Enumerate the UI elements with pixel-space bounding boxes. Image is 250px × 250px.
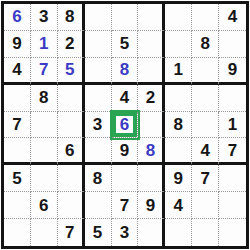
cell-r6c9[interactable]: 7 xyxy=(219,138,246,165)
cell-r8c8[interactable] xyxy=(192,192,219,219)
cell-r5c9[interactable]: 1 xyxy=(219,112,246,139)
cell-r4c2[interactable]: 8 xyxy=(31,85,58,112)
cell-r4c7[interactable] xyxy=(165,85,192,112)
cell-r4c6[interactable]: 2 xyxy=(138,85,165,112)
cell-r3c5[interactable]: 8 xyxy=(112,58,139,85)
cell-r3c8[interactable] xyxy=(192,58,219,85)
cell-r7c7[interactable]: 9 xyxy=(165,165,192,192)
cell-r6c1[interactable] xyxy=(4,138,31,165)
cell-r4c3[interactable] xyxy=(58,85,85,112)
cell-r5c6[interactable] xyxy=(138,112,165,139)
cell-r5c2[interactable] xyxy=(31,112,58,139)
cell-r2c4[interactable] xyxy=(85,31,112,58)
cell-r1c4[interactable] xyxy=(85,4,112,31)
cell-r3c3[interactable]: 5 xyxy=(58,58,85,85)
cell-r5c8[interactable] xyxy=(192,112,219,139)
cell-r9c9[interactable] xyxy=(219,219,246,246)
cell-r7c2[interactable] xyxy=(31,165,58,192)
cell-r9c3[interactable]: 7 xyxy=(58,219,85,246)
cell-r2c6[interactable] xyxy=(138,31,165,58)
cell-r6c2[interactable] xyxy=(31,138,58,165)
cell-r6c7[interactable] xyxy=(165,138,192,165)
cell-r5c7[interactable]: 8 xyxy=(165,112,192,139)
cell-r7c1[interactable]: 5 xyxy=(4,165,31,192)
cell-r7c9[interactable] xyxy=(219,165,246,192)
cell-r8c3[interactable] xyxy=(58,192,85,219)
cell-r7c3[interactable] xyxy=(58,165,85,192)
cell-r4c4[interactable] xyxy=(85,85,112,112)
cell-r3c4[interactable] xyxy=(85,58,112,85)
cell-r4c8[interactable] xyxy=(192,85,219,112)
cell-r1c5[interactable] xyxy=(112,4,139,31)
cell-r5c4[interactable]: 3 xyxy=(85,112,112,139)
cell-r9c8[interactable] xyxy=(192,219,219,246)
cell-r2c3[interactable]: 2 xyxy=(58,31,85,58)
cell-r1c3[interactable]: 8 xyxy=(58,4,85,31)
cell-r1c7[interactable] xyxy=(165,4,192,31)
sudoku-board: 638491258475819842736816984758976794753 xyxy=(1,1,249,249)
cell-r9c6[interactable] xyxy=(138,219,165,246)
cell-r7c6[interactable] xyxy=(138,165,165,192)
cell-r2c1[interactable]: 9 xyxy=(4,31,31,58)
cell-r2c2[interactable]: 1 xyxy=(31,31,58,58)
cell-r6c3[interactable]: 6 xyxy=(58,138,85,165)
cell-r3c2[interactable]: 7 xyxy=(31,58,58,85)
cell-r7c8[interactable]: 7 xyxy=(192,165,219,192)
cell-r9c7[interactable] xyxy=(165,219,192,246)
cell-r3c1[interactable]: 4 xyxy=(4,58,31,85)
cell-r1c1[interactable]: 6 xyxy=(4,4,31,31)
cell-r8c1[interactable] xyxy=(4,192,31,219)
cell-r3c9[interactable]: 9 xyxy=(219,58,246,85)
cell-r2c5[interactable]: 5 xyxy=(112,31,139,58)
cell-r7c5[interactable] xyxy=(112,165,139,192)
cell-r9c1[interactable] xyxy=(4,219,31,246)
cell-r6c5[interactable]: 9 xyxy=(112,138,139,165)
cell-r8c2[interactable]: 6 xyxy=(31,192,58,219)
cell-r1c8[interactable] xyxy=(192,4,219,31)
cell-r6c4[interactable] xyxy=(85,138,112,165)
cell-r8c4[interactable] xyxy=(85,192,112,219)
cell-r1c9[interactable]: 4 xyxy=(219,4,246,31)
cell-r9c4[interactable]: 5 xyxy=(85,219,112,246)
cell-r7c4[interactable]: 8 xyxy=(85,165,112,192)
cell-r4c5[interactable]: 4 xyxy=(112,85,139,112)
cell-r8c7[interactable]: 4 xyxy=(165,192,192,219)
cell-r3c7[interactable]: 1 xyxy=(165,58,192,85)
cell-r4c9[interactable] xyxy=(219,85,246,112)
cell-r9c2[interactable] xyxy=(31,219,58,246)
cell-r3c6[interactable] xyxy=(138,58,165,85)
cell-r8c5[interactable]: 7 xyxy=(112,192,139,219)
cell-r9c5[interactable]: 3 xyxy=(112,219,139,246)
cell-r2c7[interactable] xyxy=(165,31,192,58)
cell-r6c8[interactable]: 4 xyxy=(192,138,219,165)
cell-r5c5[interactable]: 6 xyxy=(112,112,139,139)
cell-r5c3[interactable] xyxy=(58,112,85,139)
cell-r1c6[interactable] xyxy=(138,4,165,31)
cell-r1c2[interactable]: 3 xyxy=(31,4,58,31)
cell-r5c1[interactable]: 7 xyxy=(4,112,31,139)
cell-r4c1[interactable] xyxy=(4,85,31,112)
cell-r8c9[interactable] xyxy=(219,192,246,219)
cell-r2c8[interactable]: 8 xyxy=(192,31,219,58)
cell-r2c9[interactable] xyxy=(219,31,246,58)
cell-r8c6[interactable]: 9 xyxy=(138,192,165,219)
cell-r6c6[interactable]: 8 xyxy=(138,138,165,165)
